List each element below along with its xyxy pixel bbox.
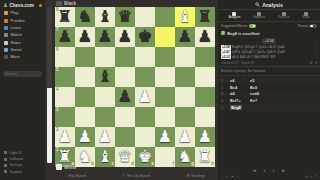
square-g5[interactable]: [175, 67, 195, 87]
panel-tabs: AnalysisExplorerPracticeSave: [218, 10, 320, 22]
sidebar-footer: Light UICollapseSettingsSupport: [0, 150, 45, 176]
black-pawn-h7[interactable]: ♟: [195, 27, 215, 47]
square-h6[interactable]: [195, 47, 215, 67]
move-number: 2.: [221, 85, 227, 90]
setup-button[interactable]: ✎Set Up Board: [122, 174, 150, 178]
white-rook-h1[interactable]: ♜: [195, 147, 215, 167]
puzzles-icon: [4, 19, 8, 23]
engine-settings-icons: ⚙ ▾: [309, 61, 317, 65]
black-queen-d8[interactable]: ♛: [115, 7, 135, 27]
square-d6[interactable]: [115, 47, 135, 67]
square-b5[interactable]: [75, 67, 95, 87]
tab-explorer[interactable]: Explorer: [253, 12, 265, 20]
black-pawn-c7[interactable]: ♟: [95, 27, 115, 47]
square-c5[interactable]: ♝: [95, 67, 115, 87]
black-pawn-d7[interactable]: ♟: [115, 27, 135, 47]
engine-collapse-icon[interactable]: ▾: [315, 61, 317, 65]
move-row-4: 4.Bxf7+Ke7: [218, 97, 320, 104]
move-row-3: 3.d4exd4: [218, 91, 320, 98]
settings-icon: ⚙: [186, 174, 190, 178]
move-white[interactable]: d4: [230, 91, 247, 96]
board-toolbar: ↕Flip Board✎Set Up Board⚙Settings: [55, 172, 215, 180]
black-rook-a8[interactable]: ♜: [55, 7, 75, 27]
engine-line-3[interactable]: +3.12d6 6. Bd5 c6 7. Bb3 Rf8 8. Nf3›: [221, 55, 317, 60]
engine-line-moves: Qf8 6. Qh5 g6 7. Qxc5+ Qd6 8. Qxd4: [232, 50, 314, 54]
engine-line-2[interactable]: +3.41Qf8 6. Qh5 g6 7. Qxc5+ Qd6 8. Qxd4›: [221, 50, 317, 55]
last-move-button[interactable]: »: [282, 167, 285, 173]
logo-text: Chess.com: [9, 3, 34, 8]
square-h3[interactable]: [195, 107, 215, 127]
rank-label-3: 3: [56, 108, 59, 113]
social-icon: [4, 48, 8, 52]
square-b3[interactable]: [75, 107, 95, 127]
footer-left-icon-3[interactable]: ⚑: [231, 175, 234, 179]
square-b8[interactable]: ♞: [75, 7, 95, 27]
collapse-icon: [4, 158, 7, 161]
square-h4[interactable]: [195, 87, 215, 107]
square-c4[interactable]: [95, 87, 115, 107]
sidebar-item-more[interactable]: More: [0, 54, 45, 61]
engine-gear-icon[interactable]: ⚙: [309, 61, 312, 65]
square-h1[interactable]: h♜: [195, 147, 215, 167]
suggested-moves-knob: [253, 25, 256, 28]
tab-save[interactable]: Save: [302, 12, 309, 20]
sidebar-footer-item-support[interactable]: Support: [0, 169, 45, 175]
analysis-panel: Analysis AnalysisExplorerPracticeSave Su…: [218, 0, 320, 180]
tab-practice[interactable]: Practice: [278, 12, 290, 20]
square-e3[interactable]: [135, 107, 155, 127]
square-g4[interactable]: [175, 87, 195, 107]
white-bishop-g8[interactable]: ♝: [175, 7, 195, 27]
opening-name: Bishop's Opening: Boi Variation: [218, 67, 320, 76]
flip-label: Flip Board: [69, 174, 86, 178]
light-ui-icon: [4, 151, 7, 154]
footer-left-icon-1[interactable]: +: [221, 175, 223, 179]
flip-button[interactable]: ↕Flip Board: [65, 174, 86, 178]
square-d4[interactable]: ♟: [115, 87, 135, 107]
sidebar-item-watch[interactable]: Watch: [0, 32, 45, 39]
square-g3[interactable]: [175, 107, 195, 127]
sidebar-footer-label: Support: [10, 170, 22, 174]
panel-footer: +↺⚑✎ ⚙≡?: [221, 175, 317, 179]
threats-knob: [310, 25, 313, 28]
move-row-5: 5.Bxg8: [218, 104, 320, 111]
move-list: 1.e4e52.Bc4Bc53.d4exd44.Bxf7+Ke75.Bxg8: [218, 76, 320, 111]
engine-line-eval: +3.12: [221, 55, 231, 60]
top-player-row: Black: [56, 1, 76, 7]
move-number: 3.: [221, 91, 227, 96]
threats-switch[interactable]: [310, 24, 317, 28]
panel-title: Analysis: [262, 2, 283, 8]
sidebar: ♟ Chess.com PlayPuzzlesLearnWatchNewsSoc…: [0, 0, 45, 180]
white-knight-g1[interactable]: ♞: [175, 147, 195, 167]
move-feedback-text: Bxg8 is excellent: [227, 31, 259, 36]
square-f2[interactable]: ♟: [155, 127, 175, 147]
move-black[interactable]: Bc5: [250, 85, 267, 90]
white-pawn-h2[interactable]: ♟: [195, 127, 215, 147]
square-a7[interactable]: 7♟: [55, 27, 75, 47]
footer-icons-left: +↺⚑✎: [221, 175, 239, 179]
square-d8[interactable]: ♛: [115, 7, 135, 27]
move-white[interactable]: Bxg8: [230, 105, 242, 110]
square-c1[interactable]: c♝: [95, 147, 115, 167]
engine-line-moves: d6 6. Bd5 c6 7. Bb3 Rf8 8. Nf3: [232, 55, 314, 59]
black-bishop-c5[interactable]: ♝: [95, 67, 115, 87]
evaluation-bar: [47, 7, 52, 163]
more-icon: [4, 55, 8, 59]
move-black[interactable]: exd4: [250, 91, 267, 96]
sidebar-item-learn[interactable]: Learn: [0, 24, 45, 31]
square-f3[interactable]: [155, 107, 175, 127]
setup-icon: ✎: [122, 174, 125, 178]
white-pawn-c2[interactable]: ♟: [95, 127, 115, 147]
sidebar-item-label: Learn: [11, 26, 21, 30]
black-pawn-a7[interactable]: ♟: [55, 27, 75, 47]
chesscom-logo[interactable]: ♟ Chess.com: [0, 0, 45, 10]
settings-label: Settings: [191, 174, 205, 178]
move-navigation: «‹›»: [218, 167, 320, 173]
square-e6[interactable]: [135, 47, 155, 67]
previous-move-button[interactable]: ‹: [264, 167, 266, 173]
square-b4[interactable]: [75, 87, 95, 107]
square-a8[interactable]: 8♜: [55, 7, 75, 27]
rank-label-4: 4: [56, 88, 59, 93]
square-f6[interactable]: [155, 47, 175, 67]
white-bishop-c1[interactable]: ♝: [95, 147, 115, 167]
expand-line-icon[interactable]: ›: [316, 55, 317, 60]
white-king-e1[interactable]: ♚: [135, 147, 155, 167]
engine-line-1[interactable]: +3.58Rxg8 6. Qh5 g6 7. Qxc5+ d6 8. Qxd4›: [221, 45, 317, 50]
square-f8[interactable]: [155, 7, 175, 27]
tab-label: Practice: [278, 16, 290, 19]
white-player-avatar: [56, 164, 62, 170]
black-king-e7[interactable]: ♚: [135, 27, 155, 47]
rank-label-6: 6: [56, 48, 59, 53]
tab-analysis[interactable]: Analysis: [228, 12, 240, 20]
support-icon: [4, 170, 7, 173]
white-pawn-a2[interactable]: ♟: [55, 127, 75, 147]
sidebar-item-label: More: [11, 55, 20, 59]
white-pawn-f2[interactable]: ♟: [155, 127, 175, 147]
square-e7[interactable]: ♚: [135, 27, 155, 47]
footer-right-icon-3[interactable]: ?: [315, 175, 317, 179]
settings-button[interactable]: ⚙Settings: [186, 174, 205, 178]
sidebar-item-puzzles[interactable]: Puzzles: [0, 17, 45, 24]
black-knight-b8[interactable]: ♞: [75, 7, 95, 27]
rank-label-5: 5: [56, 68, 59, 73]
square-h5[interactable]: [195, 67, 215, 87]
notification-badge: [39, 4, 42, 7]
footer-right-icon-1[interactable]: ⚙: [305, 175, 308, 179]
white-pawn-e4[interactable]: ♟: [135, 87, 155, 107]
square-g6[interactable]: [175, 47, 195, 67]
evaluation-bar-white-section: [47, 88, 52, 163]
sidebar-item-label: Play: [11, 11, 19, 15]
threats-label: Threats: [297, 24, 308, 28]
bottom-player-row: White: [56, 164, 76, 170]
square-e1[interactable]: e♚: [135, 147, 155, 167]
square-h7[interactable]: ♟: [195, 27, 215, 47]
square-d2[interactable]: [115, 127, 135, 147]
square-d7[interactable]: ♟: [115, 27, 135, 47]
square-d5[interactable]: [115, 67, 135, 87]
engine-line-moves: Rxg8 6. Qh5 g6 7. Qxc5+ d6 8. Qxd4: [232, 45, 314, 49]
square-a4[interactable]: 4: [55, 87, 75, 107]
square-e4[interactable]: ♟: [135, 87, 155, 107]
black-pawn-g7[interactable]: ♟: [175, 27, 195, 47]
tab-label: Analysis: [228, 16, 240, 19]
tab-label: Save: [302, 16, 309, 19]
sidebar-nav: PlayPuzzlesLearnWatchNewsSocialMore: [0, 10, 45, 62]
setup-label: Set Up Board: [127, 174, 150, 178]
black-bishop-c8[interactable]: ♝: [95, 7, 115, 27]
black-rook-h8[interactable]: ♜: [195, 7, 215, 27]
sidebar-item-label: Social: [11, 48, 22, 52]
move-number: 4.: [221, 98, 227, 103]
square-d1[interactable]: d♛: [115, 147, 135, 167]
square-h2[interactable]: ♟: [195, 127, 215, 147]
square-c8[interactable]: ♝: [95, 7, 115, 27]
panel-toggles: Suggested MovesThreats: [218, 22, 320, 30]
engine-line-eval: +3.41: [221, 50, 231, 55]
suggested-moves-label: Suggested Moves: [221, 24, 247, 28]
search-input[interactable]: [3, 71, 42, 77]
square-g2[interactable]: ♟: [175, 127, 195, 147]
square-h8[interactable]: ♜: [195, 7, 215, 27]
square-c2[interactable]: ♟: [95, 127, 115, 147]
move-row-2: 2.Bc4Bc5: [218, 84, 320, 91]
sidebar-item-label: Watch: [11, 33, 22, 37]
move-number: 1.: [221, 78, 227, 83]
footer-icons-right: ⚙≡?: [305, 175, 317, 179]
square-b2[interactable]: ♟: [75, 127, 95, 147]
square-a2[interactable]: 2♟: [55, 127, 75, 147]
square-b7[interactable]: ♟: [75, 27, 95, 47]
learn-icon: [4, 26, 8, 30]
engine-info-row: Stockfish 17 · Depth 18 ⚙ ▾: [218, 59, 320, 67]
white-queen-d1[interactable]: ♛: [115, 147, 135, 167]
tab-label: Explorer: [253, 16, 265, 19]
excellent-move-icon: !: [221, 31, 225, 35]
sidebar-footer-label: Collapse: [10, 157, 24, 161]
square-a3[interactable]: 3: [55, 107, 75, 127]
footer-right-icon-2[interactable]: ≡: [311, 175, 313, 179]
move-row-1: 1.e4e5: [218, 77, 320, 84]
move-black[interactable]: Ke7: [250, 98, 267, 103]
move-feedback: ! Bxg8 is excellent: [218, 30, 320, 38]
square-g7[interactable]: ♟: [175, 27, 195, 47]
file-label-f: f: [173, 162, 175, 167]
square-c3[interactable]: [95, 107, 115, 127]
square-g8[interactable]: ♝: [175, 7, 195, 27]
square-a6[interactable]: 6: [55, 47, 75, 67]
black-player-avatar: [56, 1, 62, 7]
white-pawn-g2[interactable]: ♟: [175, 127, 195, 147]
square-e2[interactable]: [135, 127, 155, 147]
sidebar-item-label: Puzzles: [11, 19, 25, 23]
square-e8[interactable]: [135, 7, 155, 27]
engine-lines: +3.58Rxg8 6. Qh5 g6 7. Qxc5+ d6 8. Qxd4›…: [218, 45, 320, 59]
settings-icon: [4, 164, 7, 167]
footer-left-icon-2[interactable]: ↺: [225, 175, 228, 179]
black-player-name: Black: [64, 1, 76, 6]
evaluation-score: +3.58: [262, 38, 276, 43]
square-f7[interactable]: [155, 27, 175, 47]
chesscom-analysis-page: ♟ Chess.com PlayPuzzlesLearnWatchNewsSoc…: [0, 0, 320, 180]
move-white[interactable]: e4: [230, 78, 247, 83]
news-icon: [4, 41, 8, 45]
black-pawn-d4[interactable]: ♟: [115, 87, 135, 107]
sidebar-footer-label: Settings: [10, 163, 23, 167]
play-icon: [4, 11, 8, 15]
square-d3[interactable]: [115, 107, 135, 127]
panel-header: Analysis: [218, 0, 320, 10]
toggle-threats[interactable]: Threats: [297, 24, 317, 28]
square-b1[interactable]: b♞: [75, 147, 95, 167]
next-move-button[interactable]: ›: [273, 167, 275, 173]
watch-icon: [4, 33, 8, 37]
move-white[interactable]: Bxf7+: [230, 98, 247, 103]
white-player-name: White: [64, 165, 76, 170]
square-f4[interactable]: [155, 87, 175, 107]
move-number: 5.: [221, 105, 227, 110]
suggested-moves-switch[interactable]: [249, 24, 256, 28]
logo-pawn-icon: ♟: [3, 3, 8, 8]
footer-left-icon-4[interactable]: ✎: [236, 175, 239, 179]
square-c6[interactable]: [95, 47, 115, 67]
magnifier-icon: [255, 2, 260, 7]
sidebar-item-news[interactable]: News: [0, 39, 45, 46]
square-e5[interactable]: [135, 67, 155, 87]
sidebar-footer-label: Light UI: [10, 151, 22, 155]
square-c7[interactable]: ♟: [95, 27, 115, 47]
chess-board[interactable]: 8♜♞♝♛♝♜7♟♟♟♟♚♟♟65♝4♟♟32♟♟♟♟♟♟1a♜b♞c♝d♛e♚…: [55, 7, 215, 167]
black-pawn-b7[interactable]: ♟: [75, 27, 95, 47]
square-b6[interactable]: [75, 47, 95, 67]
sidebar-item-play[interactable]: Play: [0, 10, 45, 17]
toggle-suggested-moves[interactable]: Suggested Moves: [221, 24, 256, 28]
flip-icon: ↕: [65, 174, 67, 178]
sidebar-item-label: News: [11, 41, 21, 45]
square-f1[interactable]: f: [155, 147, 175, 167]
move-black[interactable]: e5: [250, 78, 267, 83]
white-pawn-b2[interactable]: ♟: [75, 127, 95, 147]
move-white[interactable]: Bc4: [230, 85, 247, 90]
sidebar-item-social[interactable]: Social: [0, 46, 45, 53]
square-g1[interactable]: g♞: [175, 147, 195, 167]
square-a5[interactable]: 5: [55, 67, 75, 87]
first-move-button[interactable]: «: [253, 167, 256, 173]
square-f5[interactable]: [155, 67, 175, 87]
engine-info-text: Stockfish 17 · Depth 18: [221, 61, 254, 65]
white-knight-b1[interactable]: ♞: [75, 147, 95, 167]
